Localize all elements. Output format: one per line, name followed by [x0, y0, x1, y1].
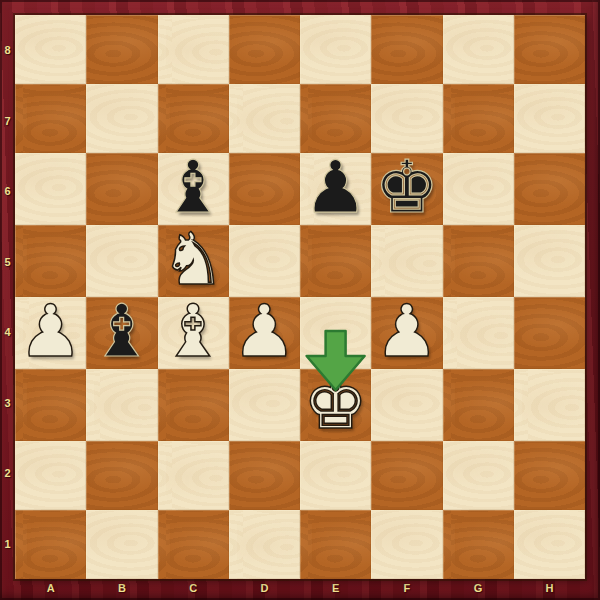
square-a5[interactable]	[15, 225, 86, 297]
square-g3[interactable]	[443, 369, 514, 441]
black-king[interactable]: ♚	[375, 151, 440, 223]
square-e5[interactable]	[300, 225, 371, 297]
square-c2[interactable]	[158, 441, 229, 510]
square-a4[interactable]: ♟	[15, 297, 86, 369]
rank-label: 2	[4, 467, 10, 479]
square-h8[interactable]	[514, 15, 585, 84]
white-pawn[interactable]: ♟	[375, 295, 440, 367]
square-f7[interactable]	[371, 84, 442, 153]
square-f5[interactable]	[371, 225, 442, 297]
square-b2[interactable]	[86, 441, 157, 510]
square-c5[interactable]: ♞	[158, 225, 229, 297]
square-d5[interactable]	[229, 225, 300, 297]
square-d1[interactable]	[229, 510, 300, 579]
square-f4[interactable]: ♟	[371, 297, 442, 369]
white-pawn[interactable]: ♟	[232, 295, 297, 367]
square-a7[interactable]	[15, 84, 86, 153]
square-f8[interactable]	[371, 15, 442, 84]
square-d3[interactable]	[229, 369, 300, 441]
square-g7[interactable]	[443, 84, 514, 153]
square-e7[interactable]	[300, 84, 371, 153]
square-h1[interactable]	[514, 510, 585, 579]
square-d8[interactable]	[229, 15, 300, 84]
square-f3[interactable]	[371, 369, 442, 441]
rank-label: 8	[4, 44, 10, 56]
square-g2[interactable]	[443, 441, 514, 510]
black-bishop[interactable]: ♝	[161, 151, 226, 223]
file-label: C	[189, 582, 197, 594]
rank-label: 7	[4, 115, 10, 127]
file-label: F	[404, 582, 411, 594]
square-g8[interactable]	[443, 15, 514, 84]
rank-label: 3	[4, 397, 10, 409]
square-a3[interactable]	[15, 369, 86, 441]
square-c1[interactable]	[158, 510, 229, 579]
square-c3[interactable]	[158, 369, 229, 441]
square-d6[interactable]	[229, 153, 300, 225]
square-b6[interactable]	[86, 153, 157, 225]
file-labels: ABCDEFGH	[15, 579, 585, 599]
square-a2[interactable]	[15, 441, 86, 510]
file-label: A	[47, 582, 55, 594]
white-king[interactable]: ♚	[303, 367, 368, 439]
square-d2[interactable]	[229, 441, 300, 510]
square-b8[interactable]	[86, 15, 157, 84]
square-h2[interactable]	[514, 441, 585, 510]
square-b7[interactable]	[86, 84, 157, 153]
chess-board-frame: 87654321 ABCDEFGH ♝♟♚♞♟♝♝♟♟♚	[0, 0, 600, 600]
square-a8[interactable]	[15, 15, 86, 84]
white-bishop[interactable]: ♝	[161, 295, 226, 367]
square-a1[interactable]	[15, 510, 86, 579]
white-pawn[interactable]: ♟	[18, 295, 83, 367]
square-d4[interactable]: ♟	[229, 297, 300, 369]
square-b4[interactable]: ♝	[86, 297, 157, 369]
square-e1[interactable]	[300, 510, 371, 579]
file-label: H	[545, 582, 553, 594]
square-h3[interactable]	[514, 369, 585, 441]
square-g5[interactable]	[443, 225, 514, 297]
square-c7[interactable]	[158, 84, 229, 153]
rank-labels: 87654321	[0, 15, 15, 579]
rank-label: 1	[4, 538, 10, 550]
square-b5[interactable]	[86, 225, 157, 297]
square-c4[interactable]: ♝	[158, 297, 229, 369]
square-e8[interactable]	[300, 15, 371, 84]
square-b1[interactable]	[86, 510, 157, 579]
square-f2[interactable]	[371, 441, 442, 510]
square-a6[interactable]	[15, 153, 86, 225]
black-bishop[interactable]: ♝	[90, 295, 155, 367]
square-g4[interactable]	[443, 297, 514, 369]
file-label: E	[332, 582, 339, 594]
rank-label: 4	[4, 326, 10, 338]
square-f6[interactable]: ♚	[371, 153, 442, 225]
square-e3[interactable]: ♚	[300, 369, 371, 441]
square-c8[interactable]	[158, 15, 229, 84]
square-h5[interactable]	[514, 225, 585, 297]
file-label: G	[474, 582, 483, 594]
white-knight[interactable]: ♞	[161, 223, 226, 295]
square-h7[interactable]	[514, 84, 585, 153]
square-e6[interactable]: ♟	[300, 153, 371, 225]
square-g6[interactable]	[443, 153, 514, 225]
chess-board: ♝♟♚♞♟♝♝♟♟♚	[15, 15, 585, 579]
square-c6[interactable]: ♝	[158, 153, 229, 225]
square-g1[interactable]	[443, 510, 514, 579]
square-f1[interactable]	[371, 510, 442, 579]
square-e4[interactable]	[300, 297, 371, 369]
square-b3[interactable]	[86, 369, 157, 441]
file-label: D	[260, 582, 268, 594]
rank-label: 6	[4, 185, 10, 197]
square-h6[interactable]	[514, 153, 585, 225]
square-e2[interactable]	[300, 441, 371, 510]
file-label: B	[118, 582, 126, 594]
rank-label: 5	[4, 256, 10, 268]
square-d7[interactable]	[229, 84, 300, 153]
black-pawn[interactable]: ♟	[303, 151, 368, 223]
square-h4[interactable]	[514, 297, 585, 369]
